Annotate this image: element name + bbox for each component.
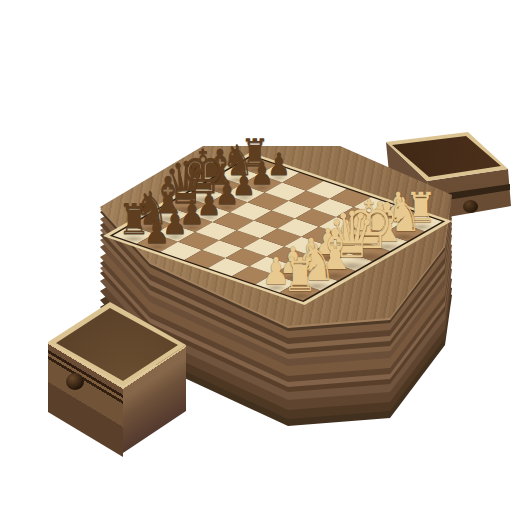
piece-white-r-a1[interactable]: ♜ [282,252,317,299]
piece-layer: ♜♟♞♟♝♟♚♟♛♟♟♝♜♟♟♞♞♟♟♜♝♟♟♚♟♛♟♝♟♞♟♜ [0,0,512,512]
piece-black-p-a7[interactable]: ♟ [144,214,170,249]
chess-box-product-photo: ♜♟♞♟♝♟♚♟♛♟♟♝♜♟♟♞♞♟♟♜♝♟♟♚♟♛♟♝♟♞♟♜ [0,0,512,512]
